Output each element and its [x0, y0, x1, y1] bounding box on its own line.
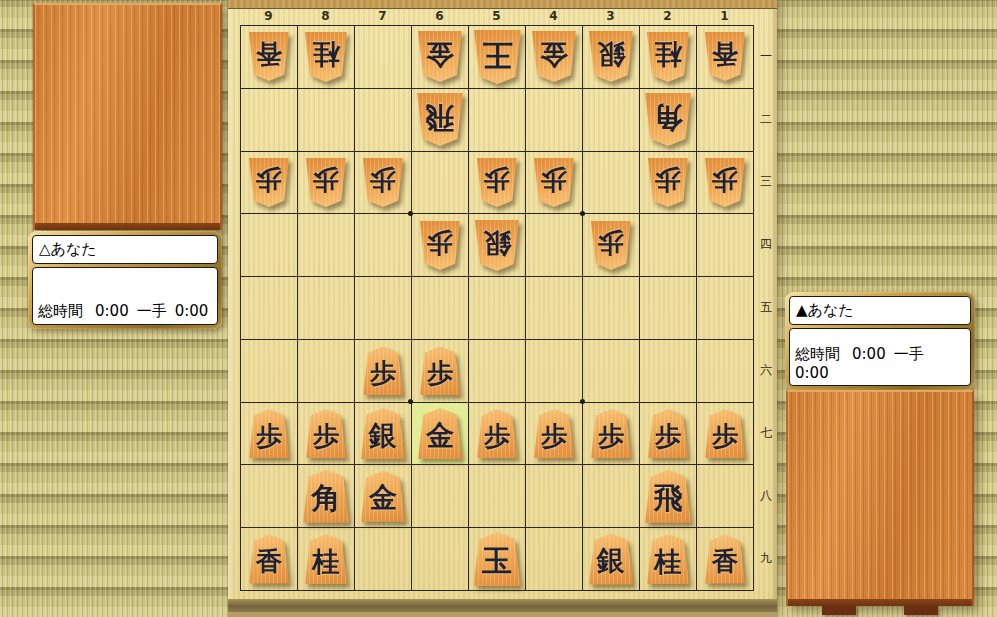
piece-shadow-wrap: 歩: [591, 221, 631, 270]
piece-shadow-wrap: 銀: [589, 534, 633, 585]
square-3九[interactable]: 銀: [582, 527, 639, 590]
square-4六[interactable]: [525, 339, 582, 402]
piece-shadow-wrap: 歩: [363, 158, 403, 207]
square-1二[interactable]: [696, 88, 753, 151]
piece-kanji: 桂: [655, 548, 682, 575]
piece-shadow-wrap: 歩: [420, 221, 460, 270]
piece-kanji: 銀: [597, 547, 625, 575]
rank-label-二: 二: [755, 88, 777, 151]
file-label-3: 3: [582, 8, 639, 24]
piece-shadow-wrap: 香: [249, 32, 289, 81]
piece-shadow-wrap: 金: [532, 31, 576, 82]
gote-piece-王[interactable]: 王: [474, 30, 521, 84]
rank-label-六: 六: [755, 339, 777, 402]
piece-shadow-wrap: 香: [705, 535, 745, 584]
piece-kanji: 桂: [313, 41, 340, 68]
square-2七[interactable]: 歩: [639, 402, 696, 465]
gote-piece-歩[interactable]: 歩: [648, 158, 688, 207]
piece-kanji: 銀: [369, 422, 397, 450]
square-8三[interactable]: 歩: [297, 151, 354, 214]
square-5六[interactable]: [468, 339, 525, 402]
piece-shadow-wrap: 歩: [363, 346, 403, 395]
square-4一[interactable]: 金: [525, 25, 582, 88]
file-label-1: 1: [696, 8, 753, 24]
square-1八[interactable]: [696, 464, 753, 527]
piece-shadow-wrap: 歩: [705, 409, 745, 458]
square-8一[interactable]: 桂: [297, 25, 354, 88]
square-4四[interactable]: [525, 213, 582, 276]
piece-kanji: 銀: [597, 41, 625, 69]
square-8六[interactable]: [297, 339, 354, 402]
square-4九[interactable]: [525, 527, 582, 590]
rank-label-五: 五: [755, 276, 777, 339]
piece-kanji: 歩: [598, 230, 624, 256]
square-4五[interactable]: [525, 276, 582, 339]
sente-piece-stand-base: [788, 599, 972, 606]
piece-kanji: 歩: [655, 423, 681, 449]
gote-piece-香[interactable]: 香: [249, 32, 289, 81]
gote-piece-香[interactable]: 香: [705, 32, 745, 81]
sente-time-display: 総時間0:00一手0:00: [789, 328, 971, 386]
rank-label-三: 三: [755, 151, 777, 214]
piece-kanji: 飛: [654, 484, 683, 513]
gote-total-time-value: 0:00: [95, 302, 129, 320]
sente-piece-歩[interactable]: 歩: [363, 346, 403, 395]
square-4八[interactable]: [525, 464, 582, 527]
square-1一[interactable]: 香: [696, 25, 753, 88]
square-8七[interactable]: 歩: [297, 402, 354, 465]
square-2一[interactable]: 桂: [639, 25, 696, 88]
piece-kanji: 歩: [712, 167, 738, 193]
piece-kanji: 歩: [484, 423, 510, 449]
piece-shadow-wrap: 桂: [305, 32, 347, 82]
sente-piece-桂[interactable]: 桂: [647, 534, 689, 584]
gote-player-name: △あなた: [32, 235, 218, 264]
piece-shadow-wrap: 金: [418, 31, 462, 82]
square-7五[interactable]: [354, 276, 411, 339]
square-9九[interactable]: 香: [240, 527, 297, 590]
sente-piece-金[interactable]: 金: [361, 471, 405, 522]
file-label-9: 9: [240, 8, 297, 24]
piece-shadow-wrap: 歩: [306, 409, 346, 458]
stand-foot: [822, 606, 856, 615]
sente-piece-歩[interactable]: 歩: [648, 409, 688, 458]
piece-shadow-wrap: 金: [361, 471, 405, 522]
piece-kanji: 歩: [427, 360, 453, 386]
file-label-4: 4: [525, 8, 582, 24]
sente-piece-香[interactable]: 香: [249, 535, 289, 584]
piece-kanji: 歩: [313, 423, 339, 449]
piece-kanji: 金: [369, 484, 397, 512]
square-8九[interactable]: 桂: [297, 527, 354, 590]
square-2九[interactable]: 桂: [639, 527, 696, 590]
sente-piece-銀[interactable]: 銀: [361, 408, 405, 459]
hoshi-dot: [408, 399, 413, 404]
shogi-board: 987654321 香桂金王金銀桂香飛角歩歩歩歩歩歩歩歩銀歩歩歩歩歩銀金歩歩歩歩…: [228, 0, 777, 617]
piece-kanji: 角: [654, 103, 683, 132]
square-5七[interactable]: 歩: [468, 402, 525, 465]
gote-piece-歩[interactable]: 歩: [306, 158, 346, 207]
board-bottom-lip: [228, 612, 777, 617]
sente-piece-銀[interactable]: 銀: [589, 534, 633, 585]
square-6二[interactable]: 飛: [411, 88, 468, 151]
sente-piece-歩[interactable]: 歩: [306, 409, 346, 458]
piece-kanji: 王: [482, 40, 512, 70]
piece-shadow-wrap: 歩: [534, 158, 574, 207]
piece-kanji: 角: [312, 484, 341, 513]
square-7九[interactable]: [354, 527, 411, 590]
sente-piece-角[interactable]: 角: [303, 470, 349, 523]
piece-kanji: 歩: [256, 423, 282, 449]
square-9五[interactable]: [240, 276, 297, 339]
square-8二[interactable]: [297, 88, 354, 151]
piece-kanji: 香: [256, 548, 282, 574]
hoshi-dot: [580, 399, 585, 404]
piece-shadow-wrap: 歩: [477, 409, 517, 458]
rank-label-四: 四: [755, 213, 777, 276]
sente-piece-歩[interactable]: 歩: [420, 346, 460, 395]
piece-shadow-wrap: 歩: [648, 158, 688, 207]
piece-shadow-wrap: 角: [645, 93, 691, 146]
sente-total-time-label: 総時間: [795, 345, 840, 363]
sente-piece-玉[interactable]: 玉: [474, 532, 521, 586]
square-6四[interactable]: 歩: [411, 213, 468, 276]
piece-shadow-wrap: 歩: [591, 409, 631, 458]
square-3六[interactable]: [582, 339, 639, 402]
gote-piece-銀[interactable]: 銀: [589, 31, 633, 82]
stand-foot: [904, 606, 938, 615]
sente-total-time-value: 0:00: [852, 345, 886, 363]
file-label-8: 8: [297, 8, 354, 24]
piece-kanji: 歩: [655, 167, 681, 193]
square-7八[interactable]: 金: [354, 464, 411, 527]
piece-kanji: 桂: [313, 548, 340, 575]
piece-kanji: 歩: [256, 167, 282, 193]
piece-kanji: 歩: [712, 423, 738, 449]
square-9三[interactable]: 歩: [240, 151, 297, 214]
square-3二[interactable]: [582, 88, 639, 151]
piece-kanji: 玉: [482, 546, 512, 576]
square-7二[interactable]: [354, 88, 411, 151]
gote-piece-歩[interactable]: 歩: [705, 158, 745, 207]
square-7三[interactable]: 歩: [354, 151, 411, 214]
square-7一[interactable]: [354, 25, 411, 88]
piece-shadow-wrap: 歩: [477, 158, 517, 207]
piece-shadow-wrap: 金: [418, 408, 462, 459]
square-6一[interactable]: 金: [411, 25, 468, 88]
sente-player-name: ▲あなた: [789, 296, 971, 325]
piece-kanji: 歩: [484, 167, 510, 193]
gote-total-time-label: 総時間: [38, 302, 83, 320]
square-6七[interactable]: 金: [411, 402, 468, 465]
gote-piece-歩[interactable]: 歩: [534, 158, 574, 207]
board-grid: 香桂金王金銀桂香飛角歩歩歩歩歩歩歩歩銀歩歩歩歩歩銀金歩歩歩歩歩角金飛香桂玉銀桂香: [240, 25, 754, 591]
square-9一[interactable]: 香: [240, 25, 297, 88]
sente-piece-歩[interactable]: 歩: [705, 409, 745, 458]
piece-shadow-wrap: 角: [303, 470, 349, 523]
square-7七[interactable]: 銀: [354, 402, 411, 465]
gote-piece-飛[interactable]: 飛: [417, 93, 463, 146]
gote-player-panel: △あなた 総時間0:00一手0:00: [28, 231, 222, 329]
square-7六[interactable]: 歩: [354, 339, 411, 402]
app-window: △あなた 総時間0:00一手0:00 987654321 香桂金王金銀桂香飛角歩…: [0, 0, 997, 617]
square-9六[interactable]: [240, 339, 297, 402]
piece-shadow-wrap: 歩: [705, 158, 745, 207]
piece-shadow-wrap: 香: [249, 535, 289, 584]
piece-kanji: 桂: [655, 41, 682, 68]
square-2五[interactable]: [639, 276, 696, 339]
piece-shadow-wrap: 玉: [474, 532, 521, 586]
piece-shadow-wrap: 歩: [249, 158, 289, 207]
piece-shadow-wrap: 歩: [648, 409, 688, 458]
square-5一[interactable]: 王: [468, 25, 525, 88]
piece-kanji: 歩: [370, 167, 396, 193]
piece-kanji: 歩: [541, 423, 567, 449]
square-1五[interactable]: [696, 276, 753, 339]
piece-kanji: 金: [426, 41, 454, 69]
square-5八[interactable]: [468, 464, 525, 527]
piece-shadow-wrap: 飛: [645, 470, 691, 523]
piece-kanji: 香: [712, 548, 738, 574]
sente-piece-歩[interactable]: 歩: [591, 409, 631, 458]
square-3一[interactable]: 銀: [582, 25, 639, 88]
gote-piece-歩[interactable]: 歩: [591, 221, 631, 270]
piece-shadow-wrap: 桂: [305, 534, 347, 584]
square-2八[interactable]: 飛: [639, 464, 696, 527]
piece-kanji: 金: [426, 422, 454, 450]
square-9八[interactable]: [240, 464, 297, 527]
square-5四[interactable]: 銀: [468, 213, 525, 276]
square-4七[interactable]: 歩: [525, 402, 582, 465]
piece-kanji: 歩: [598, 423, 624, 449]
piece-shadow-wrap: 桂: [647, 534, 689, 584]
piece-kanji: 飛: [426, 103, 455, 132]
square-7四[interactable]: [354, 213, 411, 276]
file-label-6: 6: [411, 8, 468, 24]
gote-piece-桂[interactable]: 桂: [305, 32, 347, 82]
piece-shadow-wrap: 銀: [475, 220, 519, 271]
square-9七[interactable]: 歩: [240, 402, 297, 465]
sente-piece-香[interactable]: 香: [705, 535, 745, 584]
square-2三[interactable]: 歩: [639, 151, 696, 214]
piece-kanji: 歩: [313, 167, 339, 193]
square-6三[interactable]: [411, 151, 468, 214]
square-4二[interactable]: [525, 88, 582, 151]
square-6五[interactable]: [411, 276, 468, 339]
square-8八[interactable]: 角: [297, 464, 354, 527]
piece-shadow-wrap: 歩: [249, 409, 289, 458]
rank-label-一: 一: [755, 25, 777, 88]
gote-piece-歩[interactable]: 歩: [249, 158, 289, 207]
sente-piece-金[interactable]: 金: [418, 408, 462, 459]
square-6九[interactable]: [411, 527, 468, 590]
square-6六[interactable]: 歩: [411, 339, 468, 402]
piece-shadow-wrap: 銀: [361, 408, 405, 459]
gote-piece-桂[interactable]: 桂: [647, 32, 689, 82]
gote-piece-角[interactable]: 角: [645, 93, 691, 146]
square-3四[interactable]: 歩: [582, 213, 639, 276]
hoshi-dot: [580, 211, 585, 216]
gote-piece-銀[interactable]: 銀: [475, 220, 519, 271]
square-3五[interactable]: [582, 276, 639, 339]
square-8四[interactable]: [297, 213, 354, 276]
sente-piece-桂[interactable]: 桂: [305, 534, 347, 584]
square-9四[interactable]: [240, 213, 297, 276]
sente-piece-歩[interactable]: 歩: [534, 409, 574, 458]
sente-piece-飛[interactable]: 飛: [645, 470, 691, 523]
piece-kanji: 銀: [483, 229, 511, 257]
square-1七[interactable]: 歩: [696, 402, 753, 465]
piece-shadow-wrap: 王: [474, 30, 521, 84]
sente-piece-stand: [786, 390, 974, 606]
gote-piece-stand: [33, 3, 222, 230]
piece-shadow-wrap: 桂: [647, 32, 689, 82]
piece-kanji: 香: [712, 42, 738, 68]
square-3三[interactable]: [582, 151, 639, 214]
gote-piece-金[interactable]: 金: [418, 31, 462, 82]
square-2六[interactable]: [639, 339, 696, 402]
board-bottom-edge: [228, 599, 777, 612]
square-1九[interactable]: 香: [696, 527, 753, 590]
sente-per-move-label: 一手: [894, 345, 924, 363]
square-5九[interactable]: 玉: [468, 527, 525, 590]
square-5五[interactable]: [468, 276, 525, 339]
square-9二[interactable]: [240, 88, 297, 151]
gote-per-move-value: 0:00: [175, 302, 209, 320]
gote-piece-金[interactable]: 金: [532, 31, 576, 82]
piece-shadow-wrap: 飛: [417, 93, 463, 146]
square-3七[interactable]: 歩: [582, 402, 639, 465]
rank-labels: 一二三四五六七八九: [755, 25, 777, 590]
piece-kanji: 歩: [427, 230, 453, 256]
square-2四[interactable]: [639, 213, 696, 276]
square-4三[interactable]: 歩: [525, 151, 582, 214]
hoshi-dot: [408, 211, 413, 216]
piece-shadow-wrap: 銀: [589, 31, 633, 82]
square-1四[interactable]: [696, 213, 753, 276]
square-3八[interactable]: [582, 464, 639, 527]
gote-piece-歩[interactable]: 歩: [477, 158, 517, 207]
square-5三[interactable]: 歩: [468, 151, 525, 214]
file-labels: 987654321: [240, 8, 753, 24]
file-label-7: 7: [354, 8, 411, 24]
piece-shadow-wrap: 歩: [420, 346, 460, 395]
rank-label-七: 七: [755, 402, 777, 465]
file-label-5: 5: [468, 8, 525, 24]
square-1六[interactable]: [696, 339, 753, 402]
square-6八[interactable]: [411, 464, 468, 527]
piece-kanji: 歩: [370, 360, 396, 386]
piece-shadow-wrap: 香: [705, 32, 745, 81]
piece-kanji: 歩: [541, 167, 567, 193]
square-2二[interactable]: 角: [639, 88, 696, 151]
square-1三[interactable]: 歩: [696, 151, 753, 214]
rank-label-八: 八: [755, 464, 777, 527]
piece-kanji: 金: [540, 41, 568, 69]
sente-per-move-value: 0:00: [795, 364, 829, 382]
gote-piece-歩[interactable]: 歩: [363, 158, 403, 207]
rank-label-九: 九: [755, 527, 777, 590]
file-label-2: 2: [639, 8, 696, 24]
gote-per-move-label: 一手: [137, 302, 167, 320]
square-5二[interactable]: [468, 88, 525, 151]
sente-piece-歩[interactable]: 歩: [249, 409, 289, 458]
sente-piece-歩[interactable]: 歩: [477, 409, 517, 458]
piece-shadow-wrap: 歩: [534, 409, 574, 458]
sente-player-panel: ▲あなた 総時間0:00一手0:00: [785, 292, 975, 390]
piece-kanji: 香: [256, 42, 282, 68]
gote-piece-stand-base: [35, 223, 220, 230]
gote-time-display: 総時間0:00一手0:00: [32, 267, 218, 325]
piece-shadow-wrap: 歩: [306, 158, 346, 207]
square-8五[interactable]: [297, 276, 354, 339]
gote-piece-歩[interactable]: 歩: [420, 221, 460, 270]
